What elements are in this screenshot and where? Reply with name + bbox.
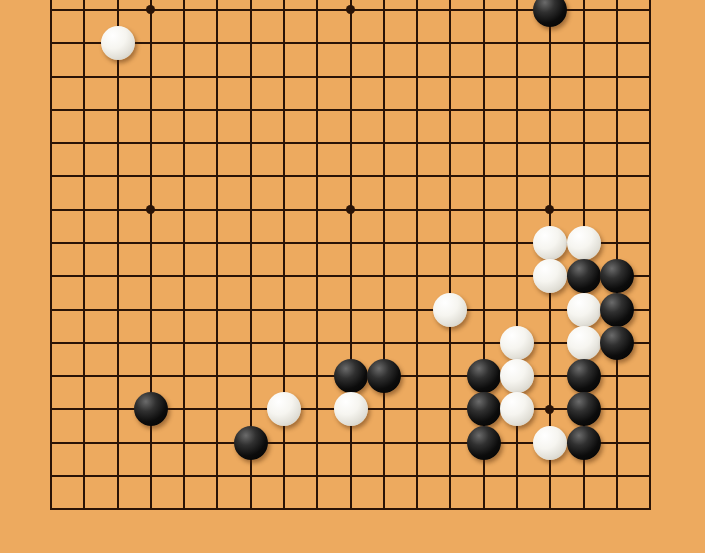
- stone-black-dp[interactable]: [134, 392, 168, 426]
- stone-black-rn[interactable]: [600, 326, 634, 360]
- stone-white-pl[interactable]: [533, 259, 567, 293]
- star-point: [346, 5, 355, 14]
- stone-black-qo[interactable]: [567, 359, 601, 393]
- stone-black-ql[interactable]: [567, 259, 601, 293]
- stone-white-pk[interactable]: [533, 226, 567, 260]
- stone-black-pd[interactable]: [533, 0, 567, 27]
- stone-white-qk[interactable]: [567, 226, 601, 260]
- star-point: [346, 205, 355, 214]
- stone-black-rm[interactable]: [600, 293, 634, 327]
- stone-black-jo[interactable]: [334, 359, 368, 393]
- go-board[interactable]: [34, 0, 666, 526]
- stone-black-rl[interactable]: [600, 259, 634, 293]
- stone-black-qp[interactable]: [567, 392, 601, 426]
- stone-black-ko[interactable]: [367, 359, 401, 393]
- star-point: [545, 405, 554, 414]
- stone-black-gq[interactable]: [234, 426, 268, 460]
- stone-white-on[interactable]: [500, 326, 534, 360]
- stone-white-hp[interactable]: [267, 392, 301, 426]
- stone-white-pq[interactable]: [533, 426, 567, 460]
- stone-white-oo[interactable]: [500, 359, 534, 393]
- stone-white-qm[interactable]: [567, 293, 601, 327]
- star-point: [146, 5, 155, 14]
- star-point: [146, 205, 155, 214]
- go-board-screenshot: [0, 0, 705, 553]
- stone-black-nq[interactable]: [467, 426, 501, 460]
- stone-white-ce[interactable]: [101, 26, 135, 60]
- stone-white-jp[interactable]: [334, 392, 368, 426]
- stone-black-np[interactable]: [467, 392, 501, 426]
- stone-white-qn[interactable]: [567, 326, 601, 360]
- stone-black-qq[interactable]: [567, 426, 601, 460]
- stone-black-no[interactable]: [467, 359, 501, 393]
- stone-white-op[interactable]: [500, 392, 534, 426]
- star-point: [545, 205, 554, 214]
- stone-white-mm[interactable]: [433, 293, 467, 327]
